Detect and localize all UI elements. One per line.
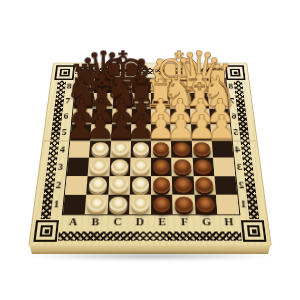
- coordinate-label: F: [173, 216, 196, 229]
- light-checker[interactable]: [91, 142, 108, 156]
- square-g3[interactable]: [192, 158, 214, 176]
- coordinate-label: 6: [227, 108, 240, 124]
- light-checker[interactable]: [132, 159, 149, 174]
- coordinate-label: E: [151, 216, 173, 229]
- square-c1[interactable]: [107, 195, 129, 215]
- square-e2[interactable]: [151, 176, 173, 195]
- square-d3[interactable]: [130, 158, 151, 176]
- coordinate-label: 3: [53, 158, 67, 176]
- light-checker[interactable]: [109, 196, 127, 212]
- corner-ornament-bottom-left: [33, 220, 59, 242]
- square-h1[interactable]: [216, 195, 240, 215]
- square-a2[interactable]: [65, 176, 88, 195]
- dark-checker[interactable]: [195, 178, 213, 193]
- square-f4[interactable]: [171, 141, 192, 158]
- light-checker[interactable]: [87, 196, 106, 212]
- coordinate-label: 8: [224, 79, 237, 94]
- square-h2[interactable]: [214, 176, 237, 195]
- coordinate-label: D: [129, 216, 151, 229]
- coordinate-label: H: [217, 216, 240, 229]
- light-checker[interactable]: [111, 159, 129, 174]
- dark-checker[interactable]: [196, 196, 215, 212]
- corner-ornament-bottom-right: [241, 220, 267, 242]
- coordinate-label: B: [84, 216, 107, 229]
- square-g2[interactable]: [193, 176, 216, 195]
- coordinate-label: 2: [51, 176, 66, 195]
- square-b1[interactable]: [85, 195, 108, 215]
- square-g1[interactable]: [194, 195, 217, 215]
- square-g4[interactable]: [191, 141, 212, 158]
- product-photo-stage: 87654321 87654321 ABCDEFGH ♜♛♚♝♝♚♛♜♞♝♞♜♜…: [0, 0, 300, 300]
- light-checker[interactable]: [89, 178, 107, 193]
- coordinate-label: 7: [226, 93, 239, 108]
- square-e4[interactable]: [151, 141, 172, 158]
- dark-checker[interactable]: [174, 178, 192, 193]
- square-b2[interactable]: [86, 176, 108, 195]
- square-c3[interactable]: [109, 158, 130, 176]
- light-checker[interactable]: [112, 142, 129, 156]
- square-a1[interactable]: [63, 195, 86, 215]
- corner-ornament-core: [251, 229, 256, 233]
- board-grid: ♜♛♚♝♝♚♛♜♞♝♞♜♜♞♝♞♟♟♟♟♟♟♟♟♟♟♟♟♟♟♟♟: [63, 79, 239, 215]
- coordinate-label: C: [106, 216, 129, 229]
- coordinate-label: 5: [229, 124, 243, 140]
- dark-checker[interactable]: [174, 159, 192, 174]
- dark-checker[interactable]: [194, 159, 212, 174]
- board-face: 87654321 87654321 ABCDEFGH ♜♛♚♝♝♚♛♜♞♝♞♜♜…: [28, 63, 272, 247]
- dark-checker[interactable]: [153, 178, 171, 193]
- dark-checker[interactable]: [173, 142, 190, 156]
- square-f1[interactable]: [173, 195, 196, 215]
- dark-checker[interactable]: [193, 142, 211, 156]
- dark-checker[interactable]: [153, 196, 171, 212]
- light-checker[interactable]: [132, 178, 150, 193]
- dark-checker[interactable]: [153, 159, 170, 174]
- square-f3[interactable]: [172, 158, 194, 176]
- dark-checker[interactable]: [175, 196, 193, 212]
- board-shadow: [24, 252, 276, 261]
- square-e1[interactable]: [151, 195, 173, 215]
- square-e3[interactable]: [151, 158, 172, 176]
- square-d1[interactable]: [129, 195, 151, 215]
- corner-ornament-inner: [40, 225, 54, 236]
- square-c4[interactable]: [110, 141, 131, 158]
- corner-ornament-inner: [247, 225, 261, 236]
- corner-ornament-core: [44, 229, 49, 233]
- square-a4[interactable]: [69, 141, 91, 158]
- light-checker[interactable]: [132, 142, 149, 156]
- square-b4[interactable]: [89, 141, 110, 158]
- light-checker[interactable]: [131, 196, 149, 212]
- square-a3[interactable]: [67, 158, 89, 176]
- light-checker[interactable]: [90, 159, 108, 174]
- square-h3[interactable]: [213, 158, 235, 176]
- square-d4[interactable]: [130, 141, 151, 158]
- coordinate-label: 1: [49, 195, 64, 215]
- braid-border-bottom: [58, 231, 242, 240]
- coordinate-label: G: [195, 216, 218, 229]
- coordinate-label: 4: [55, 141, 69, 158]
- light-checker[interactable]: [110, 178, 128, 193]
- coordinate-label: A: [61, 216, 84, 229]
- square-f2[interactable]: [172, 176, 194, 195]
- chess-checkers-board: 87654321 87654321 ABCDEFGH ♜♛♚♝♝♚♛♜♞♝♞♜♜…: [28, 63, 272, 247]
- square-d2[interactable]: [130, 176, 152, 195]
- dark-checker[interactable]: [153, 142, 170, 156]
- square-b3[interactable]: [88, 158, 110, 176]
- file-labels-bottom: ABCDEFGH: [61, 216, 240, 229]
- square-c2[interactable]: [108, 176, 130, 195]
